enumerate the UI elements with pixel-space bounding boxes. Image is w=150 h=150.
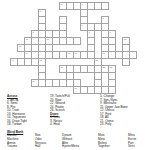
word-bank-word: Strict	[128, 145, 135, 149]
clue-number: 8	[33, 31, 34, 34]
clue-column-1: Across2. An-/A-6. Semi8. Pro10. Train13.…	[7, 95, 27, 127]
clue-number: 19	[12, 59, 15, 62]
word-bank-row: TraumaHalfHyster/MetraTogetherStrict	[7, 145, 147, 149]
clue-number: 17	[68, 52, 71, 55]
word-bank-word: Trauma	[7, 145, 17, 149]
clue-number: 1	[82, 3, 83, 6]
clue-number: 18	[40, 59, 43, 62]
word-bank-word: Half	[35, 145, 40, 149]
grid-cell[interactable]	[129, 51, 137, 59]
grid-cell[interactable]	[108, 86, 116, 94]
word-bank-word: Hyster/Metra	[62, 145, 79, 149]
clue-number: 14	[26, 52, 29, 55]
grid-cell[interactable]	[73, 37, 81, 45]
clue-column-2: 19. Twitch/Pull20. New22. Wound24. Power…	[50, 95, 70, 127]
clue-number: 20	[61, 66, 64, 69]
grid-cell[interactable]	[101, 2, 109, 10]
clue-number: 26	[75, 87, 78, 90]
clue-number: 24	[33, 80, 36, 83]
clue-number: 4	[61, 17, 62, 20]
clue-number: 18	[103, 52, 106, 55]
clue-number: 9	[110, 31, 111, 34]
clue-number: 6	[82, 24, 83, 27]
across-clue: 18. Turban	[7, 123, 27, 127]
down-clue: 23. Poly	[100, 123, 128, 127]
clue-number: 5	[103, 17, 104, 20]
clue-number: 3	[40, 10, 41, 13]
grid-cell[interactable]	[122, 58, 130, 66]
clue-number: 11	[26, 38, 28, 41]
clue-number: 16	[75, 52, 78, 55]
clue-number: 2	[61, 3, 62, 6]
clue-number: 21	[96, 59, 99, 62]
clue-number: 22	[103, 66, 106, 69]
clue-column-3: 5. Change7. Syn-/Sym-9. Mechano11. Upper…	[100, 95, 128, 127]
word-bank-rows: MaxillaNeoDynamMeioMitraMachineOdorWitho…	[7, 134, 147, 149]
clue-number: 10	[47, 38, 50, 41]
clue-number: 7	[89, 31, 90, 34]
clue-number: 23	[110, 66, 113, 69]
word-bank: Word Bank MaxillaNeoDynamMeioMitraMachin…	[7, 130, 147, 149]
word-bank-word: Together	[98, 145, 110, 149]
crossword-worksheet: 2134568791110121314171618191821202223242…	[0, 0, 150, 150]
down-clue: 4. Heal	[50, 123, 70, 127]
clue-number: 12	[124, 38, 127, 41]
clue-number: 13	[19, 45, 22, 48]
crossword-grid: 2134568791110121314171618191821202223242…	[0, 0, 150, 96]
